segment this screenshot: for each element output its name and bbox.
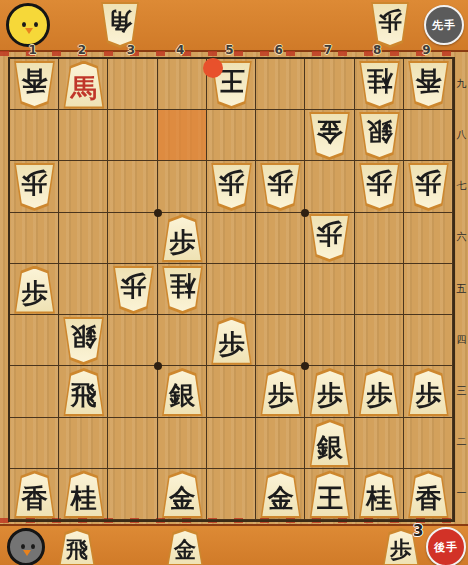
chick-eye: [22, 22, 26, 27]
square-9四[interactable]: [404, 315, 453, 366]
square-8六[interactable]: [355, 213, 404, 264]
chick-beak: [25, 28, 33, 34]
piece-kanji: 歩: [268, 382, 294, 408]
square-5二[interactable]: [207, 418, 256, 469]
square-1八[interactable]: [10, 110, 59, 161]
square-9二[interactable]: [404, 418, 453, 469]
square-6二[interactable]: [256, 418, 305, 469]
piece-kanji: 銀: [317, 434, 343, 460]
square-6五[interactable]: [256, 264, 305, 315]
file-label-8: 8: [367, 43, 387, 57]
piece-face: 銀: [162, 371, 203, 414]
rank-label-四: 四: [455, 333, 468, 347]
piece-face: 角: [101, 4, 139, 45]
square-3八[interactable]: [108, 110, 157, 161]
piece-kanji: 歩: [169, 229, 195, 255]
square-7七[interactable]: [305, 161, 354, 212]
chick-eye: [34, 22, 38, 27]
square-9八[interactable]: [404, 110, 453, 161]
square-8五[interactable]: [355, 264, 404, 315]
dark-chick-icon[interactable]: [7, 528, 45, 565]
piece-face: 香: [14, 473, 55, 516]
shogi-app: 角歩 先手 123456789九八七六五四三二一 香王桂香金銀歩歩歩歩歩歩歩桂銀…: [0, 0, 468, 565]
piece-face: 桂: [162, 268, 203, 311]
hand-piece-角-sente[interactable]: 角: [99, 2, 141, 48]
piece-kanji: 歩: [219, 331, 245, 357]
bottom-player-bar: 飛金歩3 後手: [0, 524, 468, 565]
square-2八[interactable]: [59, 110, 108, 161]
piece-kanji: 銀: [169, 382, 195, 408]
square-8二[interactable]: [355, 418, 404, 469]
piece-face: 桂: [63, 473, 104, 516]
piece-kanji: 歩: [366, 171, 392, 197]
star-point: [154, 362, 162, 370]
file-label-1: 1: [23, 43, 43, 57]
piece-kanji: 香: [415, 68, 441, 94]
rank-label-九: 九: [455, 77, 468, 91]
square-5三[interactable]: [207, 366, 256, 417]
shogi-board: 香王桂香金銀歩歩歩歩歩歩歩桂銀馬歩歩歩飛銀歩歩歩歩銀香桂金金王桂香: [8, 57, 455, 522]
piece-kanji: 飛: [71, 382, 97, 408]
star-point: [301, 209, 309, 217]
hand-piece-飛-gote[interactable]: 飛: [57, 528, 97, 565]
chick-beak: [23, 550, 31, 556]
piece-kanji: 歩: [22, 280, 48, 306]
piece-face: 馬: [63, 64, 104, 107]
sente-badge-label: 先手: [432, 18, 456, 33]
piece-face: 金: [162, 473, 203, 516]
rank-label-七: 七: [455, 179, 468, 193]
yellow-chick-icon[interactable]: [6, 3, 50, 47]
square-9五[interactable]: [404, 264, 453, 315]
star-point: [154, 209, 162, 217]
piece-kanji: 歩: [317, 222, 343, 248]
last-move-marker: [203, 58, 223, 78]
piece-kanji: 歩: [120, 273, 146, 299]
square-5八[interactable]: [207, 110, 256, 161]
piece-kanji: 王: [219, 68, 245, 94]
square-6九[interactable]: [256, 59, 305, 110]
piece-kanji: 金: [174, 539, 196, 561]
square-5一[interactable]: [207, 469, 256, 520]
piece-face: 香: [408, 473, 449, 516]
piece-face: 歩: [260, 371, 301, 414]
square-2二[interactable]: [59, 418, 108, 469]
square-4七[interactable]: [158, 161, 207, 212]
piece-face: 歩: [309, 371, 350, 414]
file-label-3: 3: [121, 43, 141, 57]
rank-label-六: 六: [455, 230, 468, 244]
rank-label-二: 二: [455, 435, 468, 449]
chick-eye: [31, 544, 35, 549]
square-2五[interactable]: [59, 264, 108, 315]
piece-face: 桂: [359, 473, 400, 516]
piece-kanji: 歩: [268, 171, 294, 197]
piece-kanji: 飛: [66, 539, 88, 561]
piece-face: 歩: [14, 165, 55, 208]
square-4九[interactable]: [158, 59, 207, 110]
piece-face: 飛: [63, 371, 104, 414]
rank-label-八: 八: [455, 128, 468, 142]
piece-kanji: 王: [317, 485, 343, 511]
piece-kanji: 香: [22, 68, 48, 94]
square-7五[interactable]: [305, 264, 354, 315]
chick-eye: [21, 544, 25, 549]
sente-badge: 先手: [424, 5, 464, 45]
file-label-5: 5: [220, 43, 240, 57]
piece-face: 歩: [211, 320, 252, 363]
piece-face: 香: [408, 63, 449, 106]
square-4二[interactable]: [158, 418, 207, 469]
piece-face: 香: [14, 63, 55, 106]
piece-kanji: 金: [169, 485, 195, 511]
square-2七[interactable]: [59, 161, 108, 212]
square-5五[interactable]: [207, 264, 256, 315]
file-label-7: 7: [318, 43, 338, 57]
file-label-6: 6: [269, 43, 289, 57]
piece-face: 歩: [211, 165, 252, 208]
rank-label-三: 三: [455, 384, 468, 398]
piece-kanji: 歩: [219, 171, 245, 197]
square-3六[interactable]: [108, 213, 157, 264]
piece-face: 飛: [59, 531, 95, 564]
piece-kanji: 歩: [390, 539, 412, 561]
piece-kanji: 桂: [71, 485, 97, 511]
piece-kanji: 歩: [22, 171, 48, 197]
square-3七[interactable]: [108, 161, 157, 212]
square-3四[interactable]: [108, 315, 157, 366]
piece-kanji: 桂: [366, 485, 392, 511]
hand-count-歩: 3: [413, 522, 423, 540]
square-6六[interactable]: [256, 213, 305, 264]
piece-face: 銀: [309, 422, 350, 465]
square-6四[interactable]: [256, 315, 305, 366]
hand-piece-金-gote[interactable]: 金: [165, 528, 205, 565]
piece-kanji: 歩: [317, 382, 343, 408]
piece-face: 歩: [408, 165, 449, 208]
rank-label-一: 一: [455, 486, 468, 500]
piece-kanji: 歩: [415, 382, 441, 408]
square-1六[interactable]: [10, 213, 59, 264]
square-4八[interactable]: [158, 110, 207, 161]
piece-kanji: 金: [317, 119, 343, 145]
piece-face: 金: [167, 531, 203, 564]
square-3二[interactable]: [108, 418, 157, 469]
square-6八[interactable]: [256, 110, 305, 161]
piece-kanji: 馬: [71, 75, 97, 101]
file-label-4: 4: [170, 43, 190, 57]
rank-label-五: 五: [455, 282, 468, 296]
file-label-9: 9: [416, 43, 436, 57]
square-8四[interactable]: [355, 315, 404, 366]
piece-face: 王: [309, 473, 350, 516]
piece-face: 歩: [371, 4, 409, 45]
square-5六[interactable]: [207, 213, 256, 264]
piece-kanji: 桂: [366, 68, 392, 94]
square-4四[interactable]: [158, 315, 207, 366]
square-7九[interactable]: [305, 59, 354, 110]
piece-face: 歩: [162, 217, 203, 260]
gote-badge-label: 後手: [434, 540, 458, 555]
hand-piece-歩-sente[interactable]: 歩: [369, 2, 411, 48]
piece-kanji: 歩: [415, 171, 441, 197]
square-3一[interactable]: [108, 469, 157, 520]
piece-kanji: 歩: [378, 10, 402, 34]
piece-face: 金: [260, 473, 301, 516]
piece-face: 歩: [14, 269, 55, 312]
file-label-2: 2: [72, 43, 92, 57]
piece-kanji: 角: [108, 10, 132, 34]
piece-kanji: 金: [268, 485, 294, 511]
piece-kanji: 銀: [71, 324, 97, 350]
piece-kanji: 香: [22, 485, 48, 511]
square-7四[interactable]: [305, 315, 354, 366]
square-1四[interactable]: [10, 315, 59, 366]
square-3三[interactable]: [108, 366, 157, 417]
gote-badge: 後手: [426, 527, 466, 565]
piece-face: 歩: [408, 371, 449, 414]
square-9六[interactable]: [404, 213, 453, 264]
piece-kanji: 桂: [169, 273, 195, 299]
piece-face: 歩: [359, 371, 400, 414]
piece-kanji: 香: [415, 485, 441, 511]
square-1三[interactable]: [10, 366, 59, 417]
square-3九[interactable]: [108, 59, 157, 110]
square-1二[interactable]: [10, 418, 59, 469]
piece-kanji: 銀: [366, 119, 392, 145]
piece-kanji: 歩: [366, 382, 392, 408]
square-2六[interactable]: [59, 213, 108, 264]
